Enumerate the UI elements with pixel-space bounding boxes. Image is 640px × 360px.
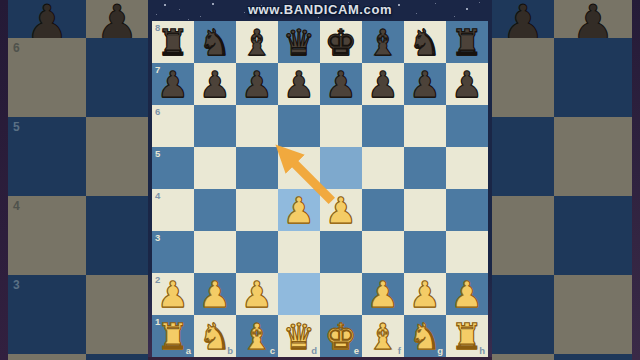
video-frame: ♟6543♟ www.BANDICAM.com 8♜♞♝♛♚♝♞♜7♟♟♟♟♟♟… [0,0,640,360]
background-square [86,354,148,360]
black-pawn[interactable]: ♟ [278,63,320,105]
white-rook[interactable]: ♜ [446,315,488,357]
square-f3[interactable] [362,231,404,273]
square-f4[interactable] [362,189,404,231]
background-square [492,196,554,275]
square-h2[interactable]: ♟ [446,273,488,315]
background-rank-label: 3 [13,278,20,292]
square-e3[interactable] [320,231,362,273]
square-a3[interactable]: 3 [152,231,194,273]
rank-label: 5 [155,148,160,159]
white-pawn[interactable]: ♟ [404,273,446,315]
background-square [8,354,86,360]
black-pawn[interactable]: ♟ [446,63,488,105]
white-pawn[interactable]: ♟ [152,273,194,315]
background-black-pawn: ♟ [8,0,86,38]
star-dot [244,12,245,13]
square-b8[interactable]: ♞ [194,21,236,63]
background-square [554,196,632,275]
star-dot [466,8,468,10]
background-square [554,354,632,360]
square-g2[interactable]: ♟ [404,273,446,315]
square-h6[interactable] [446,105,488,147]
background-rank-label: 6 [13,41,20,55]
background-black-pawn: ♟ [492,0,554,38]
white-bishop[interactable]: ♝ [362,315,404,357]
square-c8[interactable]: ♝ [236,21,278,63]
square-f1[interactable]: f♝ [362,315,404,357]
square-g1[interactable]: g♞ [404,315,446,357]
square-g5[interactable] [404,147,446,189]
star-dot [212,3,214,5]
square-a2[interactable]: 2♟ [152,273,194,315]
square-c7[interactable]: ♟ [236,63,278,105]
background-black-pawn: ♟ [86,0,148,38]
square-c3[interactable] [236,231,278,273]
background-square: 5 [8,117,86,196]
background-square: ♟ [86,0,148,38]
background-square: ♟ [554,0,632,38]
white-bishop[interactable]: ♝ [236,315,278,357]
square-g3[interactable] [404,231,446,273]
square-c5[interactable] [236,147,278,189]
star-dot [188,19,189,20]
square-b7[interactable]: ♟ [194,63,236,105]
square-c1[interactable]: c♝ [236,315,278,357]
black-rook[interactable]: ♜ [152,21,194,63]
square-d3[interactable] [278,231,320,273]
black-queen[interactable]: ♛ [278,21,320,63]
background-square: 3 [8,275,86,354]
square-e7[interactable]: ♟ [320,63,362,105]
app-screen: www.BANDICAM.com 8♜♞♝♛♚♝♞♜7♟♟♟♟♟♟♟♟654♟♟… [148,0,492,360]
square-h5[interactable] [446,147,488,189]
square-a1[interactable]: 1a♜ [152,315,194,357]
background-square [492,117,554,196]
white-pawn[interactable]: ♟ [446,273,488,315]
star-dot [164,4,166,6]
star-dot [454,16,455,17]
white-pawn[interactable]: ♟ [278,189,320,231]
star-dot [416,13,417,14]
black-pawn[interactable]: ♟ [320,63,362,105]
black-knight[interactable]: ♞ [404,21,446,63]
rank-label: 4 [155,190,160,201]
white-queen[interactable]: ♛ [278,315,320,357]
square-f7[interactable]: ♟ [362,63,404,105]
star-dot [318,17,319,18]
square-g8[interactable]: ♞ [404,21,446,63]
black-pawn[interactable]: ♟ [194,63,236,105]
square-b1[interactable]: b♞ [194,315,236,357]
rank-label: 3 [155,232,160,243]
square-e1[interactable]: e♚ [320,315,362,357]
square-d6[interactable] [278,105,320,147]
white-knight[interactable]: ♞ [404,315,446,357]
square-g6[interactable] [404,105,446,147]
square-e2[interactable] [320,273,362,315]
white-pawn[interactable]: ♟ [194,273,236,315]
background-square: 4 [8,196,86,275]
left-edge-strip [0,0,8,360]
square-e5[interactable] [320,147,362,189]
background-square [554,275,632,354]
background-square: ♟ [492,0,554,38]
black-king[interactable]: ♚ [320,21,362,63]
square-h1[interactable]: h♜ [446,315,488,357]
square-a4[interactable]: 4 [152,189,194,231]
square-d8[interactable]: ♛ [278,21,320,63]
square-b4[interactable] [194,189,236,231]
square-f2[interactable]: ♟ [362,273,404,315]
square-h4[interactable] [446,189,488,231]
star-dot [435,3,436,4]
background-square [554,38,632,117]
square-a6[interactable]: 6 [152,105,194,147]
background-square [86,117,148,196]
right-edge-strip [632,0,640,360]
square-d2[interactable] [278,273,320,315]
background-black-pawn: ♟ [554,0,632,38]
square-d5[interactable] [278,147,320,189]
star-dot [479,2,480,3]
square-d7[interactable]: ♟ [278,63,320,105]
black-pawn[interactable]: ♟ [404,63,446,105]
background-square [86,275,148,354]
square-b3[interactable] [194,231,236,273]
square-f5[interactable] [362,147,404,189]
square-e4[interactable]: ♟ [320,189,362,231]
watermark-text: www.BANDICAM.com [148,2,492,17]
title-band: www.BANDICAM.com [148,0,492,21]
background-square [492,354,554,360]
square-g7[interactable]: ♟ [404,63,446,105]
square-d1[interactable]: d♛ [278,315,320,357]
square-b2[interactable]: ♟ [194,273,236,315]
square-h7[interactable]: ♟ [446,63,488,105]
background-square: 6 [8,38,86,117]
square-g4[interactable] [404,189,446,231]
background-rank-label: 4 [13,199,20,213]
square-a5[interactable]: 5 [152,147,194,189]
background-square [554,117,632,196]
black-pawn[interactable]: ♟ [236,63,278,105]
star-dot [348,2,349,3]
square-h3[interactable] [446,231,488,273]
star-dot [156,14,157,15]
background-square [492,38,554,117]
square-e6[interactable] [320,105,362,147]
star-dot [398,4,400,6]
white-king[interactable]: ♚ [320,315,362,357]
black-bishop[interactable]: ♝ [362,21,404,63]
background-rank-label: 5 [13,120,20,134]
square-f8[interactable]: ♝ [362,21,404,63]
black-bishop[interactable]: ♝ [236,21,278,63]
black-rook[interactable]: ♜ [446,21,488,63]
star-dot [179,9,180,10]
white-rook[interactable]: ♜ [152,315,194,357]
square-c4[interactable] [236,189,278,231]
black-knight[interactable]: ♞ [194,21,236,63]
square-a8[interactable]: 8♜ [152,21,194,63]
rank-label: 6 [155,106,160,117]
square-h8[interactable]: ♜ [446,21,488,63]
chess-board[interactable]: 8♜♞♝♛♚♝♞♜7♟♟♟♟♟♟♟♟654♟♟32♟♟♟♟♟♟1a♜b♞c♝d♛… [152,21,488,357]
square-c2[interactable]: ♟ [236,273,278,315]
black-pawn[interactable]: ♟ [362,63,404,105]
white-pawn[interactable]: ♟ [320,189,362,231]
square-f6[interactable] [362,105,404,147]
star-dot [200,16,201,17]
square-b6[interactable] [194,105,236,147]
white-pawn[interactable]: ♟ [236,273,278,315]
black-pawn[interactable]: ♟ [152,63,194,105]
white-pawn[interactable]: ♟ [362,273,404,315]
background-square: ♟ [8,0,86,38]
square-c6[interactable] [236,105,278,147]
background-square [86,196,148,275]
background-square [492,275,554,354]
star-dot [261,5,262,6]
square-a7[interactable]: 7♟ [152,63,194,105]
square-b5[interactable] [194,147,236,189]
square-d4[interactable]: ♟ [278,189,320,231]
square-e8[interactable]: ♚ [320,21,362,63]
background-square [86,38,148,117]
white-knight[interactable]: ♞ [194,315,236,357]
